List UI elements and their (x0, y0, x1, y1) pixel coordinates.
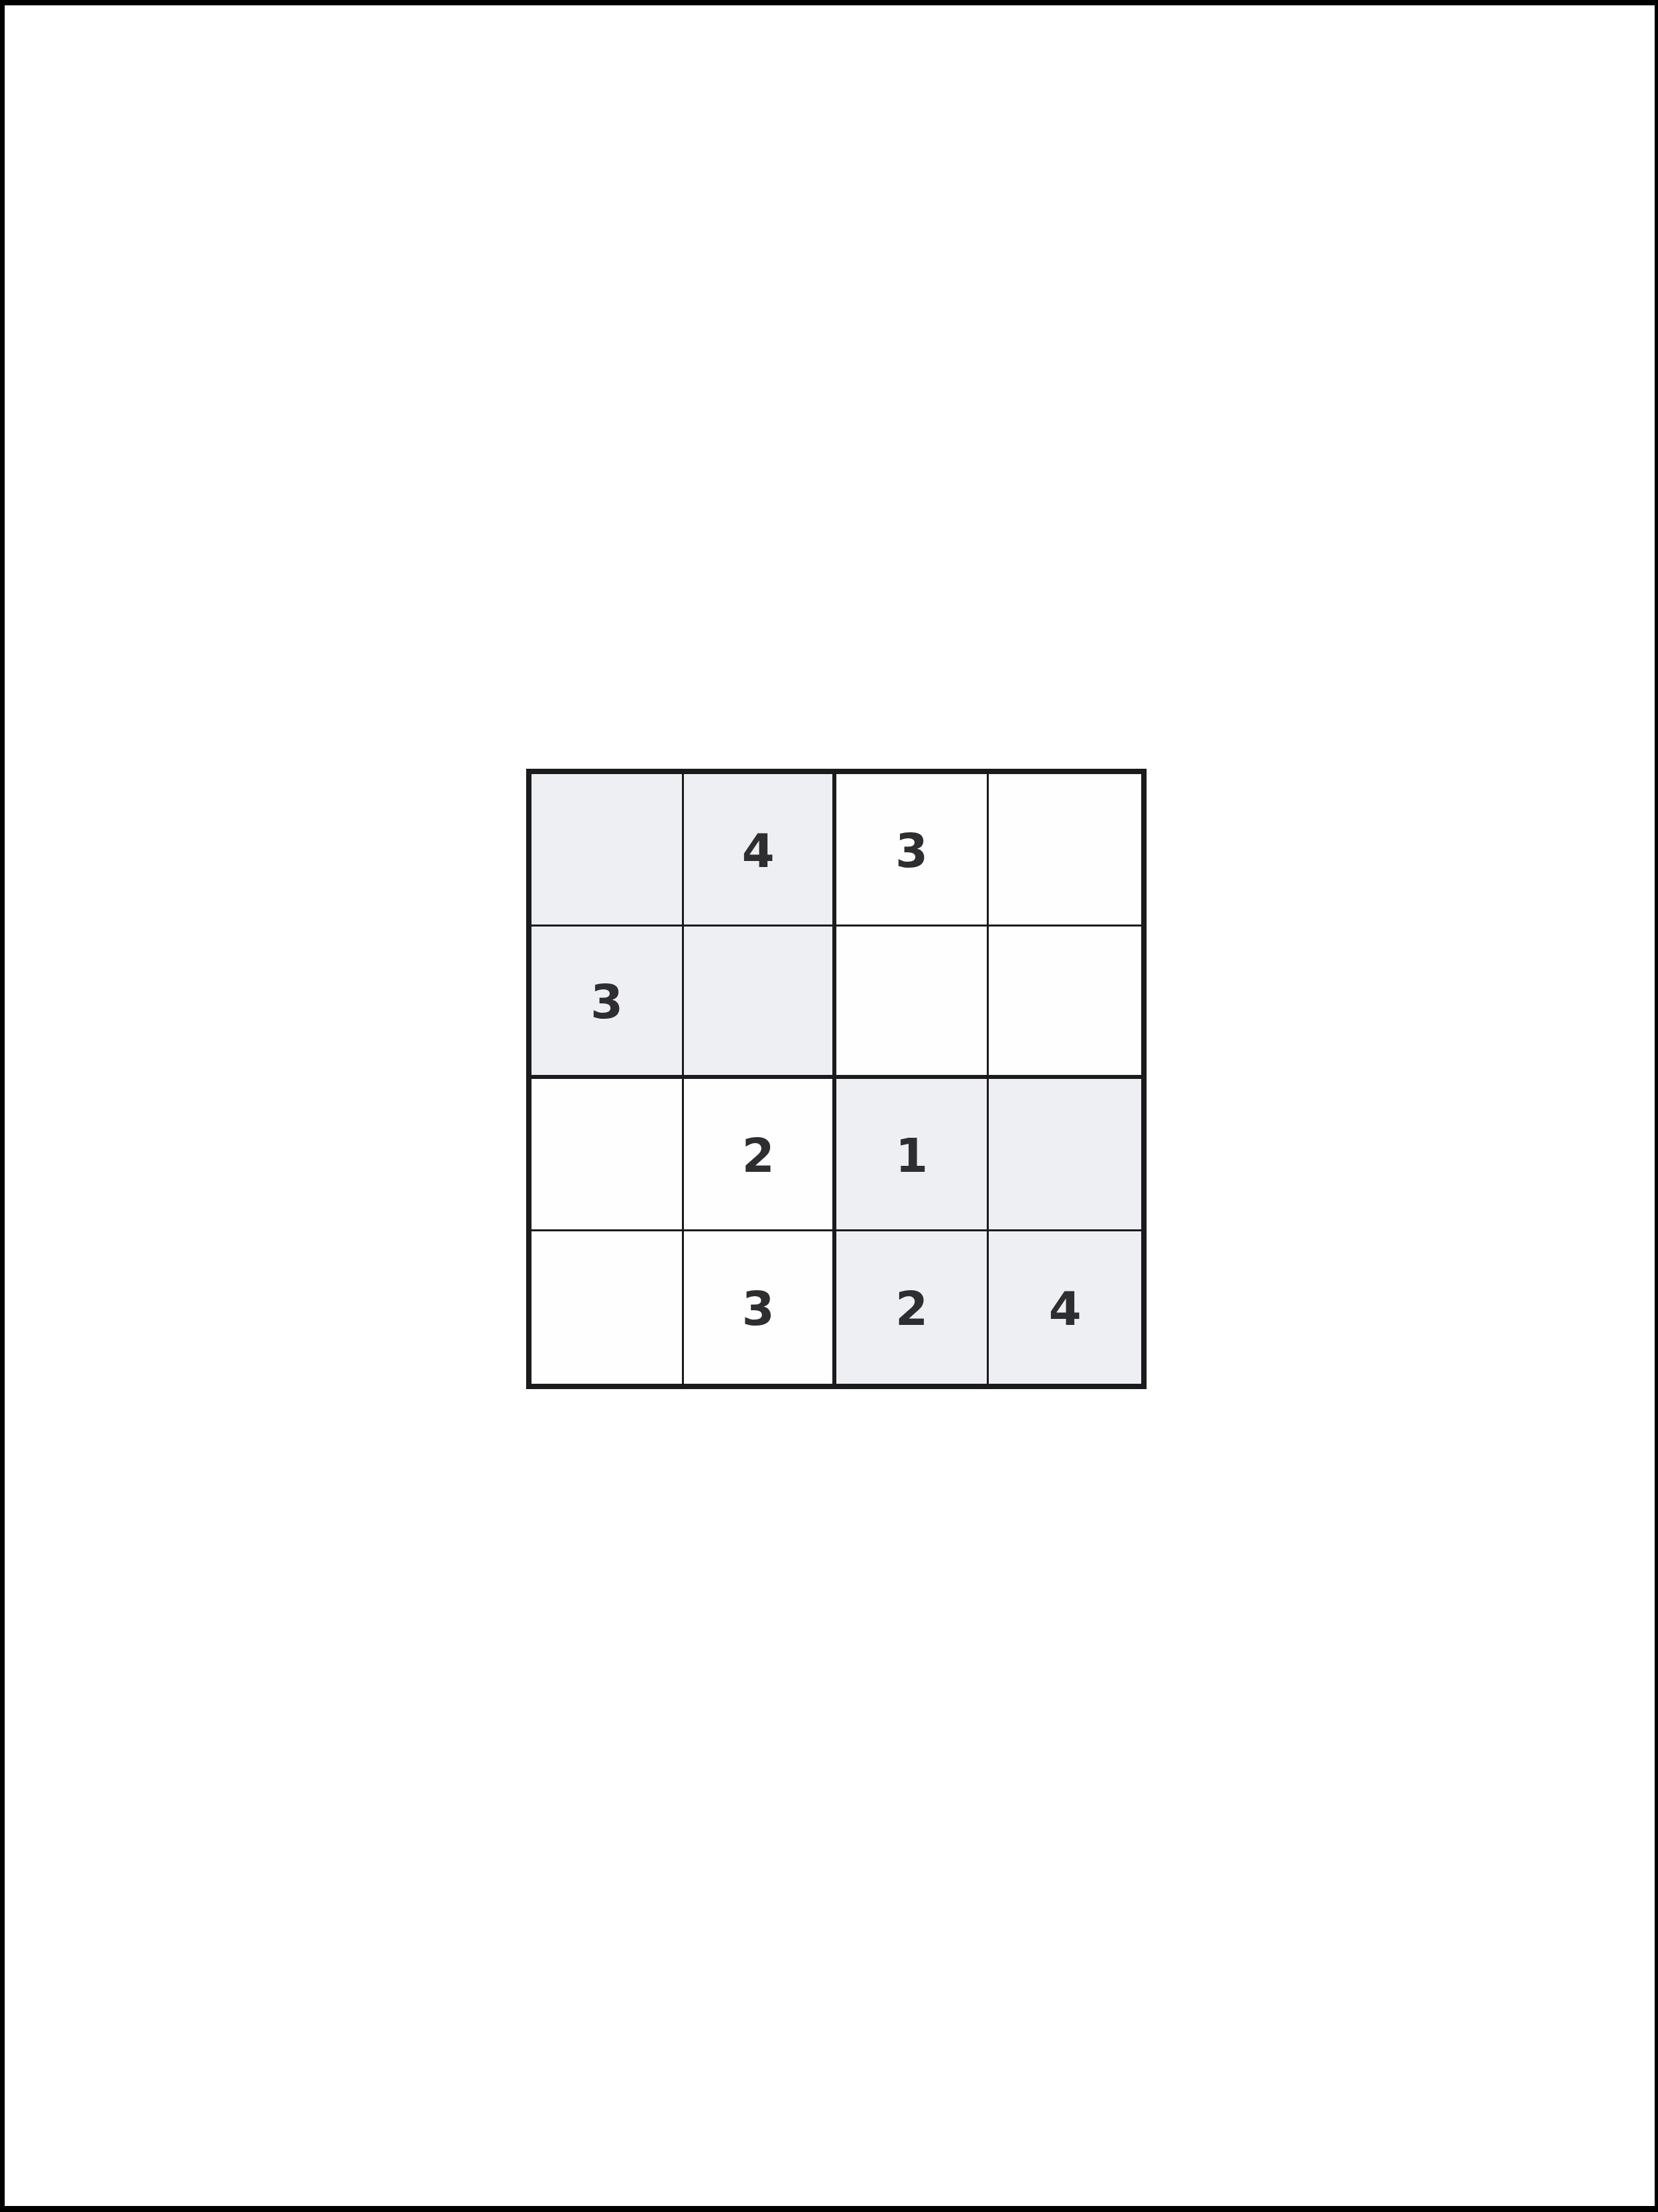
cell-r2c4-empty[interactable] (989, 927, 1141, 1079)
cell-r4c4-given: 4 (989, 1231, 1141, 1384)
cell-r4c1-empty[interactable] (531, 1231, 684, 1384)
given-digit: 3 (590, 979, 623, 1025)
given-digit: 4 (742, 828, 775, 874)
cell-r3c2-given: 2 (684, 1079, 836, 1231)
cell-r3c4-empty[interactable] (989, 1079, 1141, 1231)
cell-r1c1-empty[interactable] (531, 774, 684, 927)
cell-r3c3-given: 1 (836, 1079, 989, 1231)
cell-r2c1-given: 3 (531, 927, 684, 1079)
sudoku-board: 43321324 (526, 769, 1147, 1389)
cell-r1c4-empty[interactable] (989, 774, 1141, 927)
given-digit: 2 (895, 1285, 928, 1332)
given-digit: 3 (895, 828, 928, 874)
puzzle-page: 43321324 (0, 0, 1658, 2212)
cell-r1c3-given: 3 (836, 774, 989, 927)
cell-r1c2-given: 4 (684, 774, 836, 927)
cell-r4c2-given: 3 (684, 1231, 836, 1384)
given-digit: 4 (1049, 1285, 1082, 1332)
cell-r2c2-empty[interactable] (684, 927, 836, 1079)
cell-r4c3-given: 2 (836, 1231, 989, 1384)
cell-r3c1-empty[interactable] (531, 1079, 684, 1231)
given-digit: 2 (742, 1132, 775, 1179)
given-digit: 1 (895, 1132, 928, 1179)
cell-r2c3-empty[interactable] (836, 927, 989, 1079)
given-digit: 3 (742, 1285, 775, 1332)
